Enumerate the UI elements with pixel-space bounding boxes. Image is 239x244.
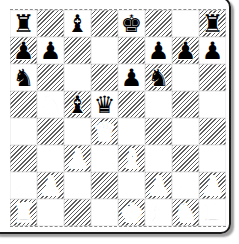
square-f6: ♞	[145, 64, 172, 91]
square-g1: ♞♘	[172, 199, 199, 226]
square-d5: ♛	[91, 91, 118, 118]
square-b2: ♟♙	[37, 172, 64, 199]
square-a1: ♜♖	[10, 199, 37, 226]
black-pawn-h7: ♟	[199, 37, 226, 64]
square-h3	[199, 145, 226, 172]
chess-board: ♜♝♚♜♟♟♟♟♟♞♟♞♞♘♝♛♛♕♟♙♝♗♟♙♟♙♟♙♟♙♟♙♜♖♚♔♝♗♞♘…	[10, 9, 226, 227]
square-a6: ♞	[10, 64, 37, 91]
square-f2: ♟♙	[145, 172, 172, 199]
square-d1	[91, 199, 118, 226]
square-c1	[64, 199, 91, 226]
square-c3: ♟♙	[64, 145, 91, 172]
black-pawn-g7: ♟	[172, 37, 199, 64]
square-h8: ♜	[199, 10, 226, 37]
square-f4	[145, 118, 172, 145]
square-h4	[199, 118, 226, 145]
square-a3	[10, 145, 37, 172]
square-d8	[91, 10, 118, 37]
white-pawn-a2: ♟♙	[10, 172, 37, 199]
square-c5: ♝	[64, 91, 91, 118]
square-a7: ♟	[10, 37, 37, 64]
square-f1: ♝♗	[145, 199, 172, 226]
square-f8	[145, 10, 172, 37]
white-bishop-f1: ♝♗	[145, 199, 172, 226]
square-d3	[91, 145, 118, 172]
square-d2	[91, 172, 118, 199]
white-queen-d4: ♛♕	[91, 118, 118, 145]
square-b8	[37, 10, 64, 37]
square-b3	[37, 145, 64, 172]
square-b1	[37, 199, 64, 226]
square-f5	[145, 91, 172, 118]
square-f3	[145, 145, 172, 172]
square-d7	[91, 37, 118, 64]
square-e1: ♚♔	[118, 199, 145, 226]
square-e3: ♝♗	[118, 145, 145, 172]
black-king-e8: ♚	[118, 10, 145, 37]
white-pawn-f2: ♟♙	[145, 172, 172, 199]
square-a4	[10, 118, 37, 145]
square-b4	[37, 118, 64, 145]
square-a8: ♜	[10, 10, 37, 37]
white-pawn-h2: ♟♙	[199, 172, 226, 199]
white-knight-b5: ♞♘	[37, 91, 64, 118]
square-c7	[64, 37, 91, 64]
square-h2: ♟♙	[199, 172, 226, 199]
square-e2	[118, 172, 145, 199]
square-g7: ♟	[172, 37, 199, 64]
white-rook-a1: ♜♖	[10, 199, 37, 226]
square-g4	[172, 118, 199, 145]
square-e7	[118, 37, 145, 64]
black-pawn-f7: ♟	[145, 37, 172, 64]
square-e4	[118, 118, 145, 145]
square-a5	[10, 91, 37, 118]
square-g8	[172, 10, 199, 37]
square-e6: ♟	[118, 64, 145, 91]
white-knight-g1: ♞♘	[172, 199, 199, 226]
white-bishop-e3: ♝♗	[118, 145, 145, 172]
square-g6	[172, 64, 199, 91]
black-pawn-b7: ♟	[37, 37, 64, 64]
square-h5	[199, 91, 226, 118]
square-h1: ♜♖	[199, 199, 226, 226]
black-queen-d5: ♛	[91, 91, 118, 118]
square-c6	[64, 64, 91, 91]
square-a2: ♟♙	[10, 172, 37, 199]
black-rook-a8: ♜	[10, 10, 37, 37]
white-pawn-g2: ♟♙	[172, 172, 199, 199]
white-king-e1: ♚♔	[118, 199, 145, 226]
square-b5: ♞♘	[37, 91, 64, 118]
black-rook-h8: ♜	[199, 10, 226, 37]
square-g3	[172, 145, 199, 172]
square-e5	[118, 91, 145, 118]
chess-diagram: ♜♝♚♜♟♟♟♟♟♞♟♞♞♘♝♛♛♕♟♙♝♗♟♙♟♙♟♙♟♙♟♙♜♖♚♔♝♗♞♘…	[0, 0, 239, 244]
black-pawn-a7: ♟	[10, 37, 37, 64]
black-pawn-e6: ♟	[118, 64, 145, 91]
square-h6	[199, 64, 226, 91]
black-knight-a6: ♞	[10, 64, 37, 91]
square-g5	[172, 91, 199, 118]
white-rook-h1: ♜♖	[199, 199, 226, 226]
square-g2: ♟♙	[172, 172, 199, 199]
square-c2	[64, 172, 91, 199]
square-h7: ♟	[199, 37, 226, 64]
black-knight-f6: ♞	[145, 64, 172, 91]
white-pawn-b2: ♟♙	[37, 172, 64, 199]
black-bishop-c5: ♝	[64, 91, 91, 118]
square-f7: ♟	[145, 37, 172, 64]
square-b7: ♟	[37, 37, 64, 64]
square-d4: ♛♕	[91, 118, 118, 145]
square-e8: ♚	[118, 10, 145, 37]
square-b6	[37, 64, 64, 91]
square-d6	[91, 64, 118, 91]
square-c8: ♝	[64, 10, 91, 37]
square-c4	[64, 118, 91, 145]
black-bishop-c8: ♝	[64, 10, 91, 37]
white-pawn-c3: ♟♙	[64, 145, 91, 172]
